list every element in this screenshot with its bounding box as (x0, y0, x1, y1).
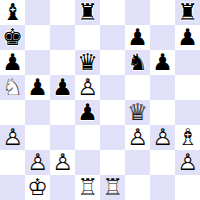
black-knight-f6: ♞ (125, 50, 150, 75)
square-f7[interactable]: ♟ (125, 25, 150, 50)
square-g8[interactable] (150, 0, 175, 25)
square-e6[interactable] (100, 50, 125, 75)
square-g4[interactable] (150, 100, 175, 125)
square-d2[interactable] (75, 150, 100, 175)
square-g7[interactable] (150, 25, 175, 50)
black-piece-glyph: ♟ (75, 100, 100, 125)
black-piece-glyph: ♟ (25, 75, 50, 100)
square-d5[interactable]: ♟♙ (75, 75, 100, 100)
white-piece-outline: ♗ (175, 125, 200, 150)
white-piece-outline: ♖ (100, 175, 125, 200)
black-king-a7: ♚ (0, 25, 25, 50)
black-piece-glyph: ♟ (0, 50, 25, 75)
square-h6[interactable] (175, 50, 200, 75)
square-e8[interactable] (100, 0, 125, 25)
square-a5[interactable]: ♞♘ (0, 75, 25, 100)
white-pawn-h2: ♟♙ (175, 150, 200, 175)
black-rook-h8: ♜ (175, 0, 200, 25)
square-e5[interactable] (100, 75, 125, 100)
square-d3[interactable] (75, 125, 100, 150)
black-piece-glyph: ♞ (125, 50, 150, 75)
black-rook-d8: ♜ (75, 0, 100, 25)
square-c4[interactable] (50, 100, 75, 125)
square-g2[interactable] (150, 150, 175, 175)
white-piece-outline: ♙ (150, 125, 175, 150)
square-h5[interactable] (175, 75, 200, 100)
square-b6[interactable] (25, 50, 50, 75)
black-piece-glyph: ♟ (175, 25, 200, 50)
square-f6[interactable]: ♞ (125, 50, 150, 75)
black-piece-glyph: ♜ (75, 0, 100, 25)
square-b8[interactable] (25, 0, 50, 25)
square-c6[interactable] (50, 50, 75, 75)
square-c1[interactable] (50, 175, 75, 200)
white-pawn-c2: ♟♙ (50, 150, 75, 175)
square-e2[interactable] (100, 150, 125, 175)
square-c7[interactable] (50, 25, 75, 50)
square-h3[interactable]: ♝♗ (175, 125, 200, 150)
white-piece-outline: ♙ (50, 150, 75, 175)
square-g3[interactable]: ♟♙ (150, 125, 175, 150)
white-piece-outline: ♙ (0, 125, 25, 150)
square-g5[interactable] (150, 75, 175, 100)
black-pawn-c5: ♟ (50, 75, 75, 100)
white-knight-a5: ♞♘ (0, 75, 25, 100)
square-a2[interactable] (0, 150, 25, 175)
white-piece-outline: ♖ (75, 175, 100, 200)
square-f3[interactable]: ♟♙ (125, 125, 150, 150)
black-piece-glyph: ♝ (0, 0, 25, 25)
white-pawn-d5: ♟♙ (75, 75, 100, 100)
square-c8[interactable] (50, 0, 75, 25)
white-piece-outline: ♔ (25, 175, 50, 200)
white-bishop-h3: ♝♗ (175, 125, 200, 150)
white-piece-outline: ♙ (125, 125, 150, 150)
square-d6[interactable]: ♛ (75, 50, 100, 75)
white-pawn-g3: ♟♙ (150, 125, 175, 150)
white-rook-e1: ♜♖ (100, 175, 125, 200)
square-e1[interactable]: ♜♖ (100, 175, 125, 200)
white-piece-outline: ♕ (125, 100, 150, 125)
square-a8[interactable]: ♝ (0, 0, 25, 25)
white-queen-f4: ♛♕ (125, 100, 150, 125)
square-h7[interactable]: ♟ (175, 25, 200, 50)
square-a6[interactable]: ♟ (0, 50, 25, 75)
square-a1[interactable] (0, 175, 25, 200)
square-f5[interactable] (125, 75, 150, 100)
black-pawn-b5: ♟ (25, 75, 50, 100)
black-pawn-d4: ♟ (75, 100, 100, 125)
white-piece-outline: ♘ (0, 75, 25, 100)
square-b5[interactable]: ♟ (25, 75, 50, 100)
black-queen-d6: ♛ (75, 50, 100, 75)
square-c3[interactable] (50, 125, 75, 150)
square-a7[interactable]: ♚ (0, 25, 25, 50)
square-c2[interactable]: ♟♙ (50, 150, 75, 175)
square-h8[interactable]: ♜ (175, 0, 200, 25)
square-e4[interactable] (100, 100, 125, 125)
square-a4[interactable] (0, 100, 25, 125)
white-pawn-a3: ♟♙ (0, 125, 25, 150)
square-d7[interactable] (75, 25, 100, 50)
white-pawn-b2: ♟♙ (25, 150, 50, 175)
white-piece-outline: ♙ (75, 75, 100, 100)
black-bishop-a8: ♝ (0, 0, 25, 25)
chess-board: ♝♜♜♚♟♟♟♛♞♟♞♘♟♟♟♙♟♛♕♟♙♟♙♟♙♝♗♟♙♟♙♟♙♚♔♜♖♜♖ (0, 0, 200, 200)
square-g6[interactable]: ♟ (150, 50, 175, 75)
square-h2[interactable]: ♟♙ (175, 150, 200, 175)
square-b1[interactable]: ♚♔ (25, 175, 50, 200)
white-rook-d1: ♜♖ (75, 175, 100, 200)
square-f8[interactable] (125, 0, 150, 25)
square-d8[interactable]: ♜ (75, 0, 100, 25)
white-piece-outline: ♙ (25, 150, 50, 175)
black-piece-glyph: ♟ (50, 75, 75, 100)
white-pawn-f3: ♟♙ (125, 125, 150, 150)
square-b7[interactable] (25, 25, 50, 50)
square-e3[interactable] (100, 125, 125, 150)
square-h4[interactable] (175, 100, 200, 125)
black-pawn-a6: ♟ (0, 50, 25, 75)
white-piece-outline: ♙ (175, 150, 200, 175)
black-piece-glyph: ♛ (75, 50, 100, 75)
black-piece-glyph: ♚ (0, 25, 25, 50)
square-h1[interactable] (175, 175, 200, 200)
white-king-b1: ♚♔ (25, 175, 50, 200)
black-piece-glyph: ♟ (125, 25, 150, 50)
square-f4[interactable]: ♛♕ (125, 100, 150, 125)
square-f2[interactable] (125, 150, 150, 175)
black-piece-glyph: ♜ (175, 0, 200, 25)
square-b4[interactable] (25, 100, 50, 125)
black-pawn-g6: ♟ (150, 50, 175, 75)
square-b3[interactable] (25, 125, 50, 150)
black-pawn-h7: ♟ (175, 25, 200, 50)
square-b2[interactable]: ♟♙ (25, 150, 50, 175)
square-c5[interactable]: ♟ (50, 75, 75, 100)
black-pawn-f7: ♟ (125, 25, 150, 50)
square-e7[interactable] (100, 25, 125, 50)
square-a3[interactable]: ♟♙ (0, 125, 25, 150)
black-piece-glyph: ♟ (150, 50, 175, 75)
square-d4[interactable]: ♟ (75, 100, 100, 125)
square-d1[interactable]: ♜♖ (75, 175, 100, 200)
square-f1[interactable] (125, 175, 150, 200)
square-g1[interactable] (150, 175, 175, 200)
